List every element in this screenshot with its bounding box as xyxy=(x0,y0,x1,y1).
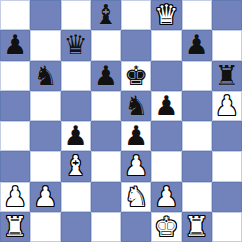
square-g4[interactable] xyxy=(182,121,212,151)
black-pawn-d6[interactable]: ♟ xyxy=(94,61,118,91)
square-f2[interactable]: ♟ xyxy=(151,182,181,212)
square-a3[interactable] xyxy=(0,151,30,181)
square-d5[interactable] xyxy=(91,91,121,121)
square-d8[interactable]: ♝ xyxy=(91,0,121,30)
square-e5[interactable]: ♞ xyxy=(121,91,151,121)
square-h1[interactable] xyxy=(212,212,242,242)
square-b2[interactable]: ♟ xyxy=(30,182,60,212)
black-pawn-c4[interactable]: ♟ xyxy=(64,121,88,151)
white-pawn-h5[interactable]: ♟ xyxy=(215,91,239,121)
black-king-e6[interactable]: ♚ xyxy=(124,61,148,91)
square-c8[interactable] xyxy=(61,0,91,30)
square-b5[interactable] xyxy=(30,91,60,121)
black-pawn-f5[interactable]: ♟ xyxy=(154,91,178,121)
square-d1[interactable] xyxy=(91,212,121,242)
square-b7[interactable] xyxy=(30,30,60,60)
square-h5[interactable]: ♟ xyxy=(212,91,242,121)
square-b4[interactable] xyxy=(30,121,60,151)
square-a1[interactable]: ♜ xyxy=(0,212,30,242)
square-h7[interactable] xyxy=(212,30,242,60)
square-g1[interactable]: ♜ xyxy=(182,212,212,242)
square-c2[interactable] xyxy=(61,182,91,212)
black-knight-b6[interactable]: ♞ xyxy=(33,61,57,91)
square-e7[interactable] xyxy=(121,30,151,60)
square-e4[interactable]: ♟ xyxy=(121,121,151,151)
square-h4[interactable] xyxy=(212,121,242,151)
square-e3[interactable]: ♟ xyxy=(121,151,151,181)
square-c6[interactable] xyxy=(61,61,91,91)
square-d7[interactable] xyxy=(91,30,121,60)
chess-board: ♝♛♟♛♟♞♟♚♜♞♟♟♟♟♝♟♟♟♞♟♜♚♜ xyxy=(0,0,242,242)
square-d4[interactable] xyxy=(91,121,121,151)
black-knight-e5[interactable]: ♞ xyxy=(124,91,148,121)
black-rook-h6[interactable]: ♜ xyxy=(215,61,239,91)
square-d3[interactable] xyxy=(91,151,121,181)
white-knight-e2[interactable]: ♞ xyxy=(124,182,148,212)
square-b1[interactable] xyxy=(30,212,60,242)
square-f4[interactable] xyxy=(151,121,181,151)
square-a5[interactable] xyxy=(0,91,30,121)
square-g2[interactable] xyxy=(182,182,212,212)
square-a2[interactable]: ♟ xyxy=(0,182,30,212)
square-h2[interactable] xyxy=(212,182,242,212)
square-e2[interactable]: ♞ xyxy=(121,182,151,212)
square-a7[interactable]: ♟ xyxy=(0,30,30,60)
white-queen-f8[interactable]: ♛ xyxy=(154,0,178,30)
square-f3[interactable] xyxy=(151,151,181,181)
white-pawn-b2[interactable]: ♟ xyxy=(33,182,57,212)
square-f8[interactable]: ♛ xyxy=(151,0,181,30)
square-e8[interactable] xyxy=(121,0,151,30)
square-h3[interactable] xyxy=(212,151,242,181)
square-b3[interactable] xyxy=(30,151,60,181)
square-c5[interactable] xyxy=(61,91,91,121)
square-g6[interactable] xyxy=(182,61,212,91)
square-f5[interactable]: ♟ xyxy=(151,91,181,121)
white-king-f1[interactable]: ♚ xyxy=(154,212,178,242)
square-a4[interactable] xyxy=(0,121,30,151)
square-e6[interactable]: ♚ xyxy=(121,61,151,91)
square-f6[interactable] xyxy=(151,61,181,91)
square-a6[interactable] xyxy=(0,61,30,91)
square-g3[interactable] xyxy=(182,151,212,181)
black-pawn-a7[interactable]: ♟ xyxy=(3,30,27,60)
square-h6[interactable]: ♜ xyxy=(212,61,242,91)
square-b6[interactable]: ♞ xyxy=(30,61,60,91)
square-e1[interactable] xyxy=(121,212,151,242)
square-c4[interactable]: ♟ xyxy=(61,121,91,151)
black-bishop-d8[interactable]: ♝ xyxy=(94,0,118,30)
square-f7[interactable] xyxy=(151,30,181,60)
white-bishop-c3[interactable]: ♝ xyxy=(64,151,88,181)
square-a8[interactable] xyxy=(0,0,30,30)
white-pawn-a2[interactable]: ♟ xyxy=(3,182,27,212)
square-b8[interactable] xyxy=(30,0,60,30)
square-g8[interactable] xyxy=(182,0,212,30)
square-c7[interactable]: ♛ xyxy=(61,30,91,60)
white-rook-g1[interactable]: ♜ xyxy=(185,212,209,242)
white-pawn-e3[interactable]: ♟ xyxy=(124,151,148,181)
white-rook-a1[interactable]: ♜ xyxy=(3,212,27,242)
black-pawn-e4[interactable]: ♟ xyxy=(124,121,148,151)
square-h8[interactable] xyxy=(212,0,242,30)
black-queen-c7[interactable]: ♛ xyxy=(64,30,88,60)
square-d2[interactable] xyxy=(91,182,121,212)
square-c3[interactable]: ♝ xyxy=(61,151,91,181)
square-f1[interactable]: ♚ xyxy=(151,212,181,242)
black-pawn-g7[interactable]: ♟ xyxy=(185,30,209,60)
square-g5[interactable] xyxy=(182,91,212,121)
square-g7[interactable]: ♟ xyxy=(182,30,212,60)
square-d6[interactable]: ♟ xyxy=(91,61,121,91)
square-c1[interactable] xyxy=(61,212,91,242)
white-pawn-f2[interactable]: ♟ xyxy=(154,182,178,212)
